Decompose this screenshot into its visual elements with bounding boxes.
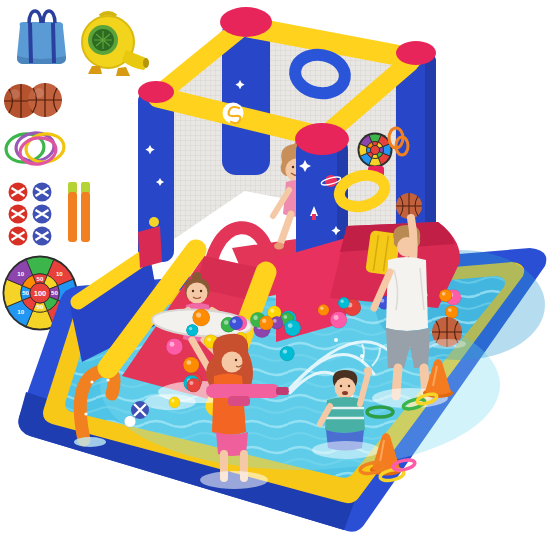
sticky-ball	[33, 183, 52, 202]
sticky-ball	[33, 205, 52, 224]
svg-text:10: 10	[17, 270, 24, 277]
svg-text:100: 100	[34, 289, 47, 298]
svg-text:50: 50	[37, 303, 44, 310]
sticky-ball	[9, 183, 28, 202]
svg-text:50: 50	[37, 275, 44, 282]
floating-sticky-ball	[131, 401, 149, 419]
carry-bag	[17, 11, 66, 64]
product-photo: 1010101050505050100	[0, 0, 550, 542]
basketballs	[4, 83, 62, 118]
svg-text:50: 50	[22, 289, 29, 296]
side-dartboard-decal	[358, 133, 393, 168]
svg-text:50: 50	[51, 289, 58, 296]
sticky-ball	[33, 227, 52, 246]
brand-logo	[223, 103, 244, 124]
sticky-ball	[9, 227, 28, 246]
foam-sticks	[68, 182, 90, 242]
basketball-2	[28, 83, 62, 117]
sticky-ball	[9, 205, 28, 224]
air-blower	[82, 13, 149, 76]
svg-text:10: 10	[56, 270, 63, 277]
sticky-balls	[9, 183, 52, 246]
toss-rings	[4, 131, 66, 167]
bounce-house-scene: 1010101050505050100	[0, 0, 550, 542]
svg-text:10: 10	[17, 308, 24, 315]
